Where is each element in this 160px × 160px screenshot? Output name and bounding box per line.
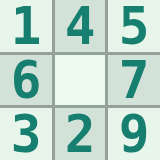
cell-r2c1[interactable]: 2 — [55, 108, 105, 160]
sudoku-board: 1 4 5 6 7 3 2 9 — [0, 0, 160, 160]
cell-r0c0[interactable]: 1 — [0, 0, 52, 52]
cell-r2c2[interactable]: 9 — [108, 108, 160, 160]
cell-r0c2[interactable]: 5 — [108, 0, 160, 52]
cell-r1c0[interactable]: 6 — [0, 55, 52, 105]
cell-r2c0[interactable]: 3 — [0, 108, 52, 160]
cell-r1c2[interactable]: 7 — [108, 55, 160, 105]
cell-r0c1[interactable]: 4 — [55, 0, 105, 52]
cell-r1c1-empty[interactable] — [55, 55, 105, 105]
